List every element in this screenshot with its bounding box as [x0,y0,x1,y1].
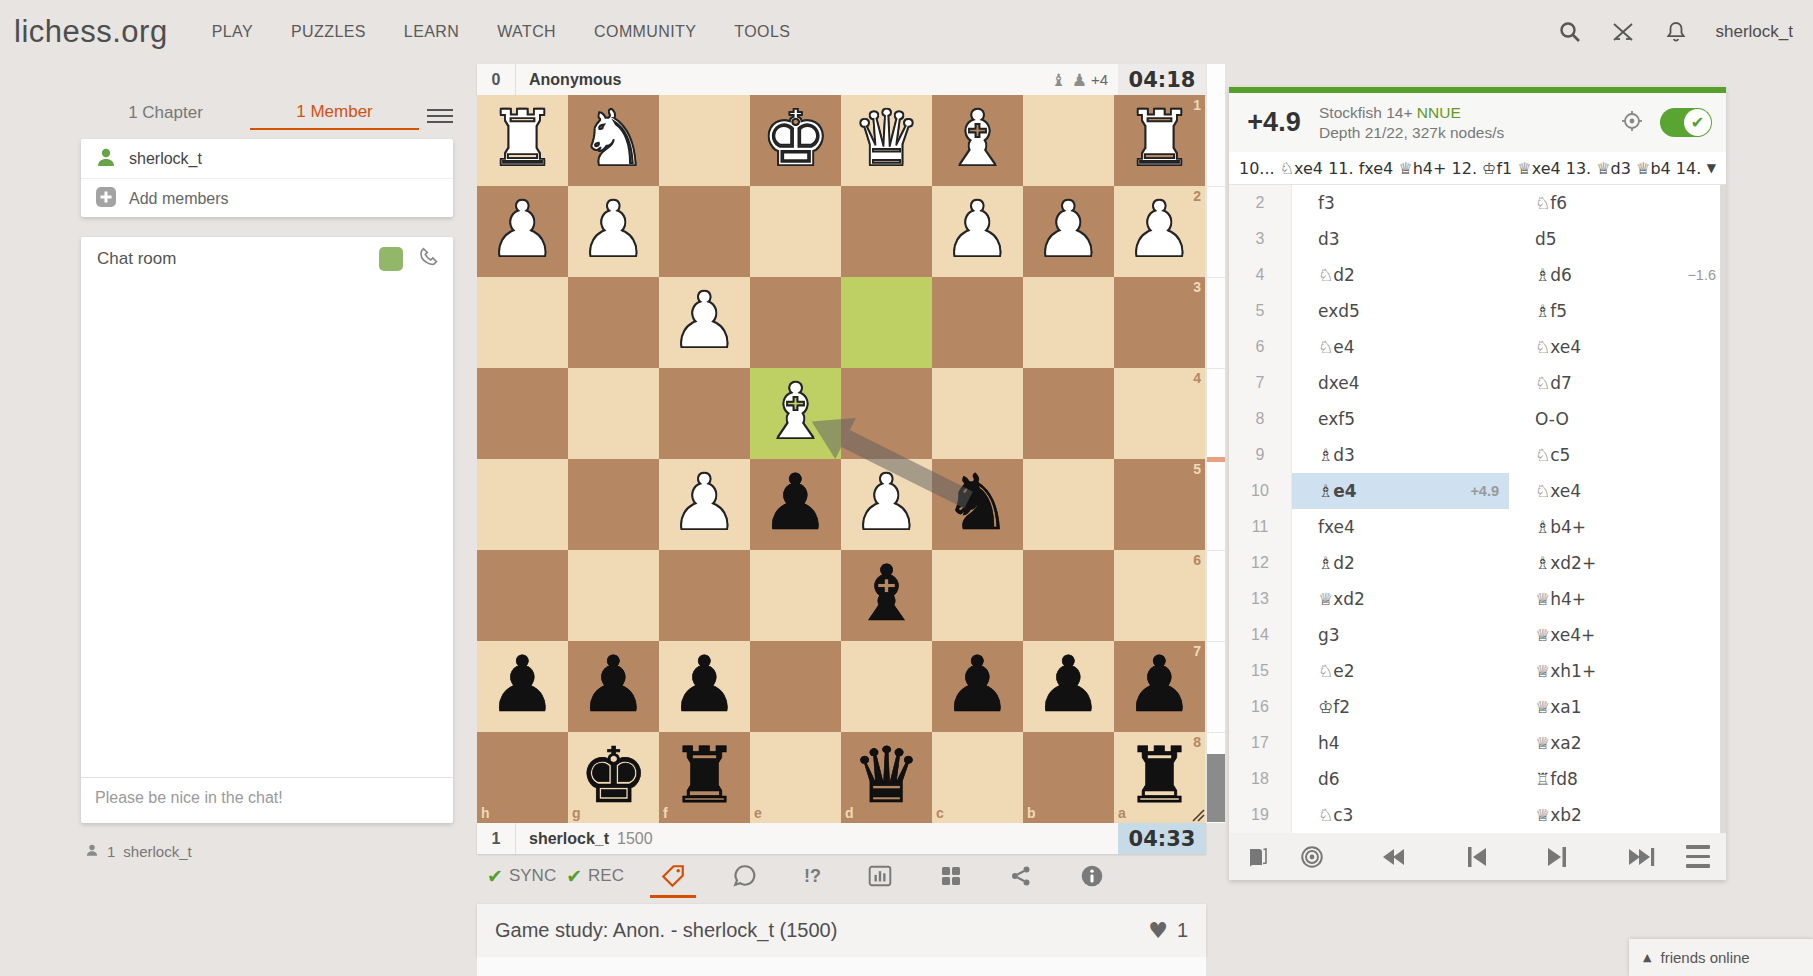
move-row-13: 13♕xd2♕h4+ [1229,581,1726,617]
square-f7[interactable]: ♟ [659,641,750,732]
black-king: ♚ [568,732,659,820]
like-button[interactable]: ♥ 1 [1148,918,1188,943]
player-top-name: Anonymous [529,71,621,89]
square-b5[interactable] [1023,459,1114,550]
move-row-2: 2f3♘f6 [1229,185,1726,221]
phone-icon[interactable] [419,246,441,272]
presence-name[interactable]: sherlock_t [123,843,191,860]
analysis-panel: +4.9 Stockfish 14+ NNUE Depth 21/22, 327… [1229,87,1726,880]
move-black-14[interactable]: ♕xe4+ [1509,617,1726,653]
pv-expand-icon[interactable]: ▼ [1707,161,1716,175]
white-bishop: ♝ [750,368,841,456]
move-number: 2 [1229,185,1292,221]
top-navbar: lichess.org PLAY PUZZLES LEARN WATCH COM… [0,0,1813,64]
jump-first-button[interactable] [1379,846,1409,868]
white-pawn: ♟ [932,186,1023,274]
engine-toggle[interactable]: ✔ [1660,108,1712,137]
opening-book-icon[interactable] [1245,845,1271,869]
nav-community[interactable]: COMMUNITY [594,23,696,41]
move-number: 11 [1229,509,1292,545]
board-resize-handle[interactable] [1189,806,1205,822]
move-white-14[interactable]: g3 [1292,617,1509,653]
move-list-scrollbar[interactable] [1720,185,1726,833]
move-row-18: 18d6♖fd8 [1229,761,1726,797]
square-b6[interactable] [1023,550,1114,641]
move-white-12[interactable]: ♗d2 [1292,545,1509,581]
move-row-17: 17h4♕xa2 [1229,725,1726,761]
prev-move-button[interactable] [1464,845,1490,869]
add-members-icon [95,186,117,212]
move-black-19[interactable]: ♕xb2 [1509,797,1726,833]
black-knight: ♞ [932,459,1023,547]
presence-user-icon [85,843,99,860]
file-label: b [1027,805,1036,821]
move-number: 9 [1229,437,1292,473]
rank-label: 6 [1193,552,1201,568]
square-c3[interactable] [932,277,1023,368]
square-g3[interactable] [568,277,659,368]
move-white-17[interactable]: h4 [1292,725,1509,761]
white-rook: ♜ [1114,95,1205,183]
move-number: 6 [1229,329,1292,365]
move-black-16[interactable]: ♕xa1 [1509,689,1726,725]
square-f4[interactable] [659,368,750,459]
move-white-10[interactable]: ♗e4+4.9 [1292,473,1509,509]
black-pawn: ♟ [568,641,659,729]
move-row-5: 5exd5♗f5 [1229,293,1726,329]
search-icon[interactable] [1558,20,1582,44]
move-row-15: 15♘e2♕xh1+ [1229,653,1726,689]
black-pawn: ♟ [750,459,841,547]
move-white-5[interactable]: exd5 [1292,293,1509,329]
square-c5[interactable]: ♞ [932,459,1023,550]
rank-label: 4 [1193,370,1201,386]
chat-messages [81,281,453,777]
move-white-6[interactable]: ♘e4 [1292,329,1509,365]
move-number: 19 [1229,797,1292,833]
black-pawn: ♟ [477,641,568,729]
white-bishop: ♝ [932,95,1023,183]
move-black-4[interactable]: ♗d6−1.6 [1509,257,1726,293]
rank-label: 5 [1193,461,1201,477]
move-white-4[interactable]: ♘d2 [1292,257,1509,293]
move-list: 2f3♘f63d3d54♘d2♗d6−1.65exd5♗f56♘e4♘xe47d… [1229,185,1726,833]
square-c1[interactable]: ♝ [932,95,1023,186]
square-g8[interactable]: ♚g [568,732,659,823]
engine-depth: Depth 21/22, 327k nodes/s [1319,123,1620,143]
file-label: g [572,805,581,821]
square-f5[interactable]: ♟ [659,459,750,550]
engine-name: Stockfish 14+ NNUE [1319,103,1620,123]
square-f8[interactable]: ♜f [659,732,750,823]
square-g6[interactable] [568,550,659,641]
square-d7[interactable] [841,641,932,732]
chat-presence: 1 sherlock_t [85,843,192,860]
study-tabs: 1 Chapter 1 Member [81,98,453,134]
study-title: Game study: Anon. - sherlock_t (1500) [495,919,837,942]
player-bar-bottom: 1 sherlock_t 1500 04:33 [477,823,1206,854]
rank-label: 1 [1193,97,1201,113]
square-a1[interactable]: ♜1 [1114,95,1205,186]
move-row-11: 11fxe4♗b4+ [1229,509,1726,545]
clock-bottom: 04:33 [1118,823,1206,854]
move-white-9[interactable]: ♗d3 [1292,437,1509,473]
player-bottom-name: sherlock_t [529,830,609,848]
move-row-4: 4♘d2♗d6−1.6 [1229,257,1726,293]
sync-check-icon: ✔ [487,865,503,887]
square-a7[interactable]: ♟7 [1114,641,1205,732]
square-a5[interactable]: 5 [1114,459,1205,550]
square-d8[interactable]: ♛d [841,732,932,823]
lichess-study-page: lichess.org PLAY PUZZLES LEARN WATCH COM… [0,0,1813,976]
square-d2[interactable] [841,186,932,277]
square-c6[interactable] [932,550,1023,641]
player-top-score: 0 [477,64,516,95]
black-pawn: ♟ [1114,641,1205,729]
white-pawn: ♟ [568,186,659,274]
move-row-12: 12♗d2♗xd2+ [1229,545,1726,581]
move-number: 14 [1229,617,1292,653]
square-b8[interactable]: b [1023,732,1114,823]
rank-label: 3 [1193,279,1201,295]
file-label: a [1118,805,1126,821]
chat-title: Chat room [97,249,379,269]
square-h2[interactable]: ♟ [477,186,568,277]
move-white-19[interactable]: ♘c3 [1292,797,1509,833]
square-c4[interactable] [932,368,1023,459]
study-description-area [477,957,1206,976]
comment-icon[interactable] [732,854,758,898]
move-white-7[interactable]: dxe4 [1292,365,1509,401]
move-black-9[interactable]: ♘c5 [1509,437,1726,473]
square-b3[interactable] [1023,277,1114,368]
move-black-12[interactable]: ♗xd2+ [1509,545,1726,581]
file-label: e [754,805,762,821]
move-white-15[interactable]: ♘e2 [1292,653,1509,689]
square-a6[interactable]: 6 [1114,550,1205,641]
members-card: sherlock_t Add members [81,139,453,217]
square-e2[interactable] [750,186,841,277]
square-g7[interactable]: ♟ [568,641,659,732]
add-members-row[interactable]: Add members [81,178,453,218]
chat-card: Chat room Please be nice in the chat! [81,237,453,823]
white-pawn: ♟ [477,186,568,274]
white-queen: ♛ [841,95,932,183]
square-e3[interactable] [750,277,841,368]
file-label: d [845,805,854,821]
square-g5[interactable] [568,459,659,550]
nav-play[interactable]: PLAY [212,23,253,41]
white-pawn: ♟ [1023,186,1114,274]
add-members-label: Add members [129,190,229,208]
square-d3[interactable] [841,277,932,368]
scroll-strip-thumb[interactable] [1207,754,1225,822]
move-number: 12 [1229,545,1292,581]
square-h7[interactable]: ♟ [477,641,568,732]
study-toolbar: ✔ SYNC ✔ REC !? [477,854,1206,898]
move-row-3: 3d3d5 [1229,221,1726,257]
black-queen: ♛ [841,732,932,820]
engine-header: +4.9 Stockfish 14+ NNUE Depth 21/22, 327… [1229,93,1726,152]
black-pawn: ♟ [659,641,750,729]
chat-input[interactable]: Please be nice in the chat! [81,777,453,818]
study-title-bar: Game study: Anon. - sherlock_t (1500) ♥ … [477,904,1206,957]
square-h1[interactable]: ♜ [477,95,568,186]
analysis-controls [1229,833,1726,880]
chat-header: Chat room [81,237,453,281]
square-f1[interactable] [659,95,750,186]
square-e1[interactable]: ♚ [750,95,841,186]
square-b4[interactable] [1023,368,1114,459]
square-e4[interactable]: ♝ [750,368,841,459]
rec-check-icon: ✔ [566,865,582,887]
square-e6[interactable] [750,550,841,641]
member-row[interactable]: sherlock_t [81,139,453,178]
tabs-menu-icon[interactable] [427,105,453,127]
expand-up-icon: ▲ [1643,951,1651,964]
white-pawn: ♟ [659,277,750,365]
move-row-19: 19♘c3♕xb2 [1229,797,1726,833]
square-h3[interactable] [477,277,568,368]
move-number: 15 [1229,653,1292,689]
square-a2[interactable]: ♟2 [1114,186,1205,277]
move-black-18[interactable]: ♖fd8 [1509,761,1726,797]
nnue-badge: NNUE [1417,104,1461,121]
lichess-logo[interactable]: lichess.org [14,14,168,50]
active-tab-underline [650,895,696,898]
move-number: 10 [1229,473,1292,509]
black-pawn: ♟ [932,641,1023,729]
share-icon[interactable] [1009,854,1033,898]
black-rook: ♜ [659,732,750,820]
practice-target-icon[interactable] [1620,109,1644,137]
move-white-8[interactable]: exf5 [1292,401,1509,437]
chart-icon[interactable] [867,854,893,898]
material-diff-icons: ♝ ♟ [1051,70,1087,90]
file-label: c [936,805,944,821]
move-row-14: 14g3♕xe4+ [1229,617,1726,653]
square-h5[interactable] [477,459,568,550]
move-black-8[interactable]: O-O [1509,401,1726,437]
square-g4[interactable] [568,368,659,459]
file-label: f [663,805,668,821]
square-d5[interactable]: ♟ [841,459,932,550]
square-e7[interactable] [750,641,841,732]
move-black-13[interactable]: ♕h4+ [1509,581,1726,617]
white-king: ♚ [750,95,841,183]
material-diff-value: +4 [1091,71,1108,88]
main-menu: PLAY PUZZLES LEARN WATCH COMMUNITY TOOLS [212,23,791,41]
rank-label: 8 [1193,734,1201,750]
square-f6[interactable] [659,550,750,641]
move-white-16[interactable]: ♔f2 [1292,689,1509,725]
member-user-icon [95,146,117,172]
gauge-target-icon[interactable] [1299,844,1325,870]
move-eval: +4.9 [1470,483,1509,499]
move-row-8: 8exf5O-O [1229,401,1726,437]
move-white-3[interactable]: d3 [1292,221,1509,257]
move-row-7: 7dxe4♘d7 [1229,365,1726,401]
square-g2[interactable]: ♟ [568,186,659,277]
move-black-11[interactable]: ♗b4+ [1509,509,1726,545]
black-bishop: ♝ [841,550,932,638]
engine-eval: +4.9 [1229,107,1319,138]
chat-toggle[interactable] [379,247,403,271]
heart-icon: ♥ [1148,918,1168,943]
move-number: 4 [1229,257,1292,293]
tab-members[interactable]: 1 Member [250,102,419,130]
move-number: 5 [1229,293,1292,329]
square-c7[interactable]: ♟ [932,641,1023,732]
member-name: sherlock_t [129,150,202,168]
analysis-menu-icon[interactable] [1686,842,1710,871]
info-icon[interactable] [1079,854,1105,898]
username[interactable]: sherlock_t [1716,22,1793,42]
square-b2[interactable]: ♟ [1023,186,1114,277]
move-number: 18 [1229,761,1292,797]
move-black-6[interactable]: ♘xe4 [1509,329,1726,365]
engine-pv-line[interactable]: 10... ♘xe4 11. fxe4 ♕h4+ 12. ♔f1 ♕xe4 13… [1229,152,1726,185]
like-count: 1 [1177,919,1188,942]
player-bar-top: 0 Anonymous ♝ ♟ +4 04:18 [477,64,1206,95]
white-knight: ♞ [568,95,659,183]
board-scroll-strip[interactable] [1206,64,1226,823]
move-row-10: 10♗e4+4.9♘xe4 [1229,473,1726,509]
move-black-15[interactable]: ♕xh1+ [1509,653,1726,689]
move-number: 13 [1229,581,1292,617]
square-b1[interactable] [1023,95,1114,186]
bell-icon[interactable] [1664,20,1688,44]
move-black-10[interactable]: ♘xe4 [1509,473,1726,509]
scroll-strip-marker [1207,457,1225,462]
move-number: 7 [1229,365,1292,401]
friends-online-bar[interactable]: ▲ friends online [1629,939,1813,976]
rank-label: 7 [1193,643,1201,659]
black-pawn: ♟ [1023,641,1114,729]
move-white-2[interactable]: f3 [1292,185,1509,221]
nav-puzzles[interactable]: PUZZLES [291,23,366,41]
next-move-button[interactable] [1544,845,1570,869]
white-pawn: ♟ [1114,186,1205,274]
file-label: h [481,805,490,821]
clock-top: 04:18 [1118,64,1206,95]
boards-grid-icon[interactable] [939,854,963,898]
player-bottom-score: 1 [477,823,516,854]
square-d1[interactable]: ♛ [841,95,932,186]
white-rook: ♜ [477,95,568,183]
square-h8[interactable]: h [477,732,568,823]
square-d4[interactable] [841,368,932,459]
square-a4[interactable]: 4 [1114,368,1205,459]
move-white-18[interactable]: d6 [1292,761,1509,797]
presence-count: 1 [107,843,115,860]
square-c2[interactable]: ♟ [932,186,1023,277]
move-number: 16 [1229,689,1292,725]
move-white-11[interactable]: fxe4 [1292,509,1509,545]
square-d6[interactable]: ♝ [841,550,932,641]
rank-label: 2 [1193,188,1201,204]
move-row-9: 9♗d3♘c5 [1229,437,1726,473]
crossed-swords-icon[interactable] [1610,20,1636,44]
square-g1[interactable]: ♞ [568,95,659,186]
move-black-7[interactable]: ♘d7 [1509,365,1726,401]
move-row-6: 6♘e4♘xe4 [1229,329,1726,365]
square-f3[interactable]: ♟ [659,277,750,368]
white-pawn: ♟ [659,459,750,547]
move-number: 3 [1229,221,1292,257]
move-black-17[interactable]: ♕xa2 [1509,725,1726,761]
square-f2[interactable] [659,186,750,277]
tags-tab-icon[interactable] [660,854,686,898]
nav-learn[interactable]: LEARN [404,23,459,41]
white-pawn: ♟ [841,459,932,547]
move-white-13[interactable]: ♕xd2 [1292,581,1509,617]
square-e8[interactable]: e [750,732,841,823]
move-black-2[interactable]: ♘f6 [1509,185,1726,221]
rec-toggle[interactable]: ✔ REC [566,865,624,887]
nav-right: sherlock_t [1558,20,1793,44]
glyph-annotation-icon[interactable]: !? [804,854,821,898]
nav-watch[interactable]: WATCH [497,23,556,41]
engine-toggle-check: ✔ [1684,109,1711,136]
square-b7[interactable]: ♟ [1023,641,1114,732]
move-number: 17 [1229,725,1292,761]
move-row-16: 16♔f2♕xa1 [1229,689,1726,725]
square-c8[interactable]: c [932,732,1023,823]
nav-tools[interactable]: TOOLS [734,23,790,41]
move-black-3[interactable]: d5 [1509,221,1726,257]
square-a3[interactable]: 3 [1114,277,1205,368]
move-black-5[interactable]: ♗f5 [1509,293,1726,329]
square-h4[interactable] [477,368,568,459]
sync-toggle[interactable]: ✔ SYNC [487,865,556,887]
jump-last-button[interactable] [1624,846,1658,868]
chess-board[interactable]: ♜♞♚♛♝♜1♟♟♟♟♟2♟3♝4♟♟♟♞5♝6♟♟♟♟♟♟7h♚g♜fe♛dc… [477,95,1205,823]
player-bottom-rating: 1500 [617,830,653,848]
square-h6[interactable] [477,550,568,641]
square-e5[interactable]: ♟ [750,459,841,550]
tab-chapters[interactable]: 1 Chapter [81,103,250,129]
move-number: 8 [1229,401,1292,437]
